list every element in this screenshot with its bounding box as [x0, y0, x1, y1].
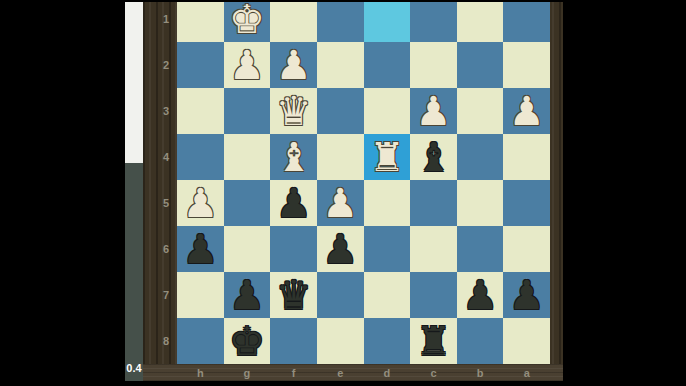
square-a2[interactable]	[503, 42, 550, 88]
square-a3[interactable]: ♟	[503, 88, 550, 134]
white-king[interactable]: ♚	[229, 0, 265, 41]
black-pawn[interactable]: ♟	[462, 273, 498, 317]
rank-labels: 12345678	[143, 0, 174, 364]
rank-label-5: 5	[143, 180, 174, 226]
square-h7[interactable]	[177, 272, 224, 318]
square-c6[interactable]	[410, 226, 457, 272]
square-d6[interactable]	[364, 226, 411, 272]
square-d5[interactable]	[364, 180, 411, 226]
white-pawn[interactable]: ♟	[322, 181, 358, 225]
square-e4[interactable]	[317, 134, 364, 180]
square-h1[interactable]	[177, 0, 224, 42]
white-rook[interactable]: ♜	[369, 135, 405, 179]
square-f1[interactable]	[270, 0, 317, 42]
file-label-b: b	[457, 364, 504, 381]
file-label-c: c	[410, 364, 457, 381]
square-g1[interactable]: ♚	[224, 0, 271, 42]
square-f7[interactable]: ♛	[270, 272, 317, 318]
black-pawn[interactable]: ♟	[182, 227, 218, 271]
black-bishop[interactable]: ♝	[416, 135, 452, 179]
eval-bar: 0.4	[125, 2, 143, 381]
square-b4[interactable]	[457, 134, 504, 180]
square-b1[interactable]	[457, 0, 504, 42]
square-b7[interactable]: ♟	[457, 272, 504, 318]
square-c8[interactable]: ♜	[410, 318, 457, 364]
rank-label-3: 3	[143, 88, 174, 134]
square-b6[interactable]	[457, 226, 504, 272]
black-pawn[interactable]: ♟	[229, 273, 265, 317]
white-pawn[interactable]: ♟	[509, 89, 545, 133]
file-label-g: g	[224, 364, 271, 381]
black-king[interactable]: ♚	[229, 319, 265, 363]
black-pawn[interactable]: ♟	[276, 181, 312, 225]
file-label-f: f	[270, 364, 317, 381]
square-c5[interactable]	[410, 180, 457, 226]
square-g5[interactable]	[224, 180, 271, 226]
square-c1[interactable]	[410, 0, 457, 42]
square-f3[interactable]: ♛	[270, 88, 317, 134]
square-f5[interactable]: ♟	[270, 180, 317, 226]
black-rook[interactable]: ♜	[416, 319, 452, 363]
square-a7[interactable]: ♟	[503, 272, 550, 318]
square-e1[interactable]	[317, 0, 364, 42]
white-pawn[interactable]: ♟	[229, 43, 265, 87]
rank-label-1: 1	[143, 0, 174, 42]
square-c2[interactable]	[410, 42, 457, 88]
square-h8[interactable]	[177, 318, 224, 364]
chess-board: ♚♟♟♛♟♟♝♜♝♟♟♟♟♟♟♛♟♟♚♜	[177, 0, 550, 364]
chess-app-screen: 0.4 12345678 ♚♟♟♛♟♟♝♜♝♟♟♟♟♟♟♛♟♟♚♜ hgfedc…	[0, 0, 686, 386]
square-h2[interactable]	[177, 42, 224, 88]
square-e2[interactable]	[317, 42, 364, 88]
rank-label-4: 4	[143, 134, 174, 180]
eval-score: 0.4	[123, 362, 145, 374]
square-e8[interactable]	[317, 318, 364, 364]
square-c7[interactable]	[410, 272, 457, 318]
square-d2[interactable]	[364, 42, 411, 88]
square-g3[interactable]	[224, 88, 271, 134]
white-bishop[interactable]: ♝	[276, 135, 312, 179]
black-queen[interactable]: ♛	[276, 273, 312, 317]
square-e7[interactable]	[317, 272, 364, 318]
square-b8[interactable]	[457, 318, 504, 364]
square-h5[interactable]: ♟	[177, 180, 224, 226]
white-pawn[interactable]: ♟	[416, 89, 452, 133]
square-a4[interactable]	[503, 134, 550, 180]
square-f2[interactable]: ♟	[270, 42, 317, 88]
rank-label-7: 7	[143, 272, 174, 318]
rank-label-8: 8	[143, 318, 174, 364]
square-b5[interactable]	[457, 180, 504, 226]
square-d8[interactable]	[364, 318, 411, 364]
square-h6[interactable]: ♟	[177, 226, 224, 272]
square-g6[interactable]	[224, 226, 271, 272]
square-c3[interactable]: ♟	[410, 88, 457, 134]
square-g7[interactable]: ♟	[224, 272, 271, 318]
square-a5[interactable]	[503, 180, 550, 226]
square-a1[interactable]	[503, 0, 550, 42]
square-g2[interactable]: ♟	[224, 42, 271, 88]
eval-bar-white-portion	[125, 2, 143, 163]
rank-label-6: 6	[143, 226, 174, 272]
letterbox-bottom	[0, 381, 686, 386]
letterbox-left	[0, 0, 125, 386]
square-b3[interactable]	[457, 88, 504, 134]
file-label-a: a	[503, 364, 550, 381]
square-d3[interactable]	[364, 88, 411, 134]
square-g4[interactable]	[224, 134, 271, 180]
letterbox-right	[563, 0, 686, 386]
square-f6[interactable]	[270, 226, 317, 272]
square-g8[interactable]: ♚	[224, 318, 271, 364]
square-h3[interactable]	[177, 88, 224, 134]
square-e5[interactable]: ♟	[317, 180, 364, 226]
file-label-e: e	[317, 364, 364, 381]
black-pawn[interactable]: ♟	[509, 273, 545, 317]
rank-label-2: 2	[143, 42, 174, 88]
square-e6[interactable]: ♟	[317, 226, 364, 272]
square-h4[interactable]	[177, 134, 224, 180]
square-a6[interactable]	[503, 226, 550, 272]
square-a8[interactable]	[503, 318, 550, 364]
file-label-h: h	[177, 364, 224, 381]
square-d1[interactable]	[364, 0, 411, 42]
square-c4[interactable]: ♝	[410, 134, 457, 180]
square-d4[interactable]: ♜	[364, 134, 411, 180]
square-d7[interactable]	[364, 272, 411, 318]
square-f4[interactable]: ♝	[270, 134, 317, 180]
white-queen[interactable]: ♛	[276, 89, 312, 133]
file-labels: hgfedcba	[177, 364, 550, 381]
black-pawn[interactable]: ♟	[322, 227, 358, 271]
file-label-d: d	[364, 364, 411, 381]
white-pawn[interactable]: ♟	[276, 43, 312, 87]
square-e3[interactable]	[317, 88, 364, 134]
square-b2[interactable]	[457, 42, 504, 88]
white-pawn[interactable]: ♟	[182, 181, 218, 225]
square-f8[interactable]	[270, 318, 317, 364]
letterbox-top	[0, 0, 686, 2]
